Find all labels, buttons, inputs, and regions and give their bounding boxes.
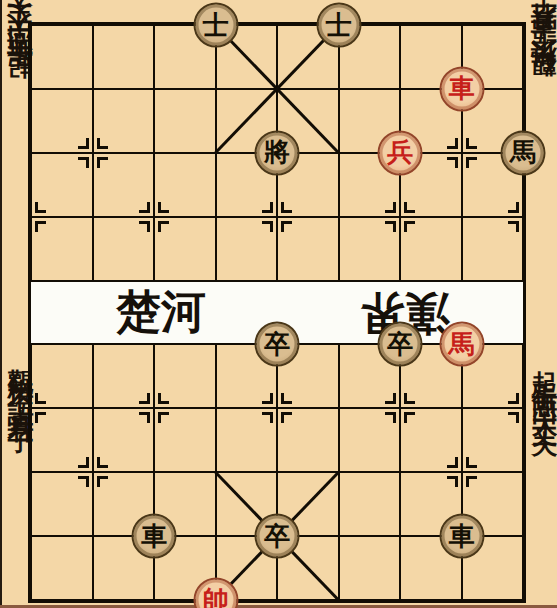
point-marker-corner [385,412,396,423]
board-cell [339,536,401,600]
piece-black-soldier[interactable]: 卒 [255,322,300,367]
point-marker [385,202,415,232]
point-marker-corner [158,202,169,213]
board-cell [31,536,93,600]
point-marker-corner [385,393,396,404]
point-marker-corner [447,157,458,168]
point-marker-corner [466,138,477,149]
point-marker-corner [139,393,150,404]
point-marker-corner [97,157,108,168]
point-marker-corner [404,221,415,232]
point-marker [78,138,108,168]
point-marker-corner [262,221,273,232]
point-marker-corner [466,476,477,487]
left-edge-stripe [0,0,2,608]
point-marker-corner [281,221,292,232]
piece-red-soldier[interactable]: 兵 [378,130,423,175]
point-marker-corner [78,457,89,468]
point-marker-corner [385,202,396,213]
piece-black-advisor[interactable]: 士 [316,3,361,48]
point-marker-corner [404,393,415,404]
river-text-chu-he: 楚河 [90,290,233,335]
point-marker-corner [508,412,519,423]
piece-black-soldier[interactable]: 卒 [378,322,423,367]
piece-black-advisor[interactable]: 士 [193,3,238,48]
point-marker [139,393,169,423]
point-marker-corner [404,202,415,213]
piece-red-chariot[interactable]: 車 [439,66,484,111]
point-marker-corner [466,457,477,468]
piece-black-soldier[interactable]: 卒 [255,514,300,559]
point-marker [508,202,538,232]
piece-black-horse[interactable]: 馬 [501,130,546,175]
point-marker [78,457,108,487]
piece-red-horse[interactable]: 馬 [439,322,484,367]
point-marker-corner [262,202,273,213]
point-marker [139,202,169,232]
point-marker-corner [262,412,273,423]
point-marker-corner [158,393,169,404]
point-marker-corner [158,221,169,232]
piece-black-general[interactable]: 將 [255,130,300,175]
point-marker-corner [78,476,89,487]
point-marker-corner [78,138,89,149]
point-marker-corner [281,202,292,213]
point-marker-corner [139,412,150,423]
point-marker-corner [78,157,89,168]
point-marker-corner [35,412,46,423]
point-marker-corner [262,393,273,404]
point-marker-corner [466,157,477,168]
piece-black-chariot[interactable]: 車 [439,514,484,559]
board-cell [31,25,93,89]
point-marker [262,202,292,232]
point-marker-corner [281,393,292,404]
board-cell [154,89,216,153]
point-marker-corner [447,457,458,468]
point-marker-corner [508,221,519,232]
xiangqi-board: 楚河 漢界 士士車將兵馬卒卒馬車卒車帥 [28,22,526,603]
point-marker [447,457,477,487]
point-marker-corner [35,221,46,232]
piece-black-chariot[interactable]: 車 [132,514,177,559]
point-marker [16,202,46,232]
point-marker-corner [447,138,458,149]
point-marker-corner [35,393,46,404]
point-marker-corner [508,393,519,404]
board-cell [339,472,401,536]
point-marker [385,393,415,423]
point-marker-corner [158,412,169,423]
point-marker [16,393,46,423]
point-marker-corner [35,202,46,213]
point-marker-corner [139,202,150,213]
point-marker [262,393,292,423]
point-marker [508,393,538,423]
point-marker-corner [97,476,108,487]
point-marker-corner [385,221,396,232]
calligraphy-right-top: 觀棋不語真君子 [529,28,557,98]
point-marker-corner [97,457,108,468]
point-marker-corner [404,412,415,423]
board-cell [93,25,155,89]
point-marker [447,138,477,168]
point-marker-corner [281,412,292,423]
point-marker-corner [447,476,458,487]
point-marker-corner [139,221,150,232]
point-marker-corner [97,138,108,149]
point-marker-corner [508,202,519,213]
xiangqi-screenshot: 起手無回大丈夫 觀棋不語真君子 觀棋不語真君子 起手無回大丈夫 楚河 漢界 士士… [0,0,557,608]
